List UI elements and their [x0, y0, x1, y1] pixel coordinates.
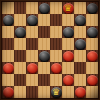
- square-r1c6[interactable]: [74, 14, 86, 26]
- black-piece[interactable]: [39, 51, 50, 62]
- square-r3c4[interactable]: [50, 38, 62, 50]
- checkers-board: ♛♛: [0, 0, 100, 100]
- square-r2c4: [50, 26, 62, 38]
- black-piece[interactable]: [63, 27, 74, 38]
- square-r2c5[interactable]: [62, 26, 74, 38]
- red-king-piece[interactable]: ♛: [63, 3, 74, 14]
- square-r2c1[interactable]: [14, 26, 26, 38]
- square-r4c6: [74, 50, 86, 62]
- black-piece[interactable]: [75, 15, 86, 26]
- black-piece[interactable]: [15, 27, 26, 38]
- square-r1c4[interactable]: [50, 14, 62, 26]
- square-r4c0: [2, 50, 14, 62]
- square-r7c0[interactable]: [2, 86, 14, 98]
- square-r5c4[interactable]: [50, 62, 62, 74]
- square-r4c1[interactable]: [14, 50, 26, 62]
- square-r1c3: [38, 14, 50, 26]
- square-r6c7[interactable]: [86, 74, 98, 86]
- square-r3c1: [14, 38, 26, 50]
- black-piece[interactable]: [75, 39, 86, 50]
- square-r4c2: [26, 50, 38, 62]
- square-r3c2[interactable]: [26, 38, 38, 50]
- square-r0c4: [50, 2, 62, 14]
- square-r4c5[interactable]: [62, 50, 74, 62]
- red-piece[interactable]: [3, 87, 14, 98]
- square-r0c2: [26, 2, 38, 14]
- square-r1c2[interactable]: [26, 14, 38, 26]
- square-r6c2: [26, 74, 38, 86]
- square-r7c3: [38, 86, 50, 98]
- red-piece[interactable]: [75, 87, 86, 98]
- square-r5c1: [14, 62, 26, 74]
- square-r0c1[interactable]: [14, 2, 26, 14]
- square-r6c5[interactable]: [62, 74, 74, 86]
- black-piece[interactable]: [39, 3, 50, 14]
- crown-icon: ♛: [63, 3, 74, 14]
- square-r1c7: [86, 14, 98, 26]
- square-r3c0[interactable]: [2, 38, 14, 50]
- square-r4c4: [50, 50, 62, 62]
- black-piece[interactable]: [87, 3, 98, 14]
- square-r3c3: [38, 38, 50, 50]
- square-r7c5: [62, 86, 74, 98]
- black-piece[interactable]: [3, 15, 14, 26]
- square-r5c7: [86, 62, 98, 74]
- square-r3c7: [86, 38, 98, 50]
- red-piece[interactable]: [87, 51, 98, 62]
- red-piece[interactable]: [87, 75, 98, 86]
- square-r5c3: [38, 62, 50, 74]
- square-r0c0: [2, 2, 14, 14]
- square-r7c6[interactable]: [74, 86, 86, 98]
- square-r1c1: [14, 14, 26, 26]
- square-r5c0[interactable]: [2, 62, 14, 74]
- square-r0c6: [74, 2, 86, 14]
- square-r6c3[interactable]: [38, 74, 50, 86]
- square-r0c5[interactable]: ♛: [62, 2, 74, 14]
- crown-icon: ♛: [51, 87, 62, 98]
- square-r4c7[interactable]: [86, 50, 98, 62]
- black-piece[interactable]: [87, 27, 98, 38]
- square-r1c0[interactable]: [2, 14, 14, 26]
- square-r0c3[interactable]: [38, 2, 50, 14]
- square-r1c5: [62, 14, 74, 26]
- square-r0c7[interactable]: [86, 2, 98, 14]
- square-r7c1: [14, 86, 26, 98]
- black-piece[interactable]: [27, 15, 38, 26]
- square-r2c7[interactable]: [86, 26, 98, 38]
- checkers-app: ♛♛: [0, 0, 100, 100]
- square-r2c0: [2, 26, 14, 38]
- square-r7c7: [86, 86, 98, 98]
- square-r2c2: [26, 26, 38, 38]
- red-piece[interactable]: [27, 63, 38, 74]
- red-piece[interactable]: [51, 63, 62, 74]
- red-piece[interactable]: [63, 75, 74, 86]
- square-r5c2[interactable]: [26, 62, 38, 74]
- square-r7c2[interactable]: [26, 86, 38, 98]
- square-r6c1[interactable]: [14, 74, 26, 86]
- red-piece[interactable]: [63, 51, 74, 62]
- square-r5c5: [62, 62, 74, 74]
- square-r6c4: [50, 74, 62, 86]
- black-king-piece[interactable]: ♛: [51, 87, 62, 98]
- square-r5c6[interactable]: [74, 62, 86, 74]
- square-r2c6: [74, 26, 86, 38]
- square-r6c6: [74, 74, 86, 86]
- red-piece[interactable]: [3, 63, 14, 74]
- square-r6c0: [2, 74, 14, 86]
- square-r3c5: [62, 38, 74, 50]
- square-r2c3[interactable]: [38, 26, 50, 38]
- square-r7c4[interactable]: ♛: [50, 86, 62, 98]
- square-r3c6[interactable]: [74, 38, 86, 50]
- square-r4c3[interactable]: [38, 50, 50, 62]
